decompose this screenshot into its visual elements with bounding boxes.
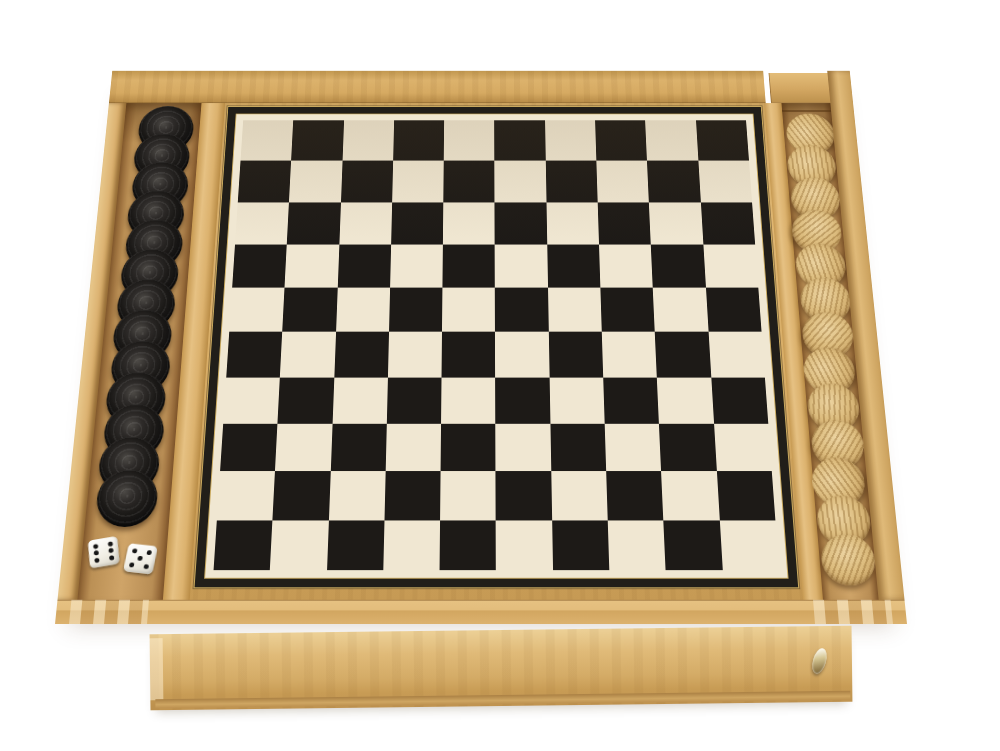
die-pip <box>93 544 98 549</box>
board-square <box>386 424 442 472</box>
board-square <box>651 244 706 287</box>
board-square <box>339 202 392 244</box>
board-square <box>393 120 444 160</box>
board-square <box>598 202 651 244</box>
board-square <box>549 332 604 377</box>
lid-slot-end-cap <box>769 73 831 103</box>
board-square <box>442 288 495 332</box>
board-square <box>608 520 666 570</box>
game-box <box>55 71 907 624</box>
board-square <box>701 202 756 244</box>
board-square <box>603 377 659 423</box>
board-square <box>703 244 758 287</box>
board-square <box>496 424 551 472</box>
board-square <box>545 120 597 160</box>
board-square <box>391 202 443 244</box>
board-square <box>443 202 495 244</box>
board-square <box>232 244 287 287</box>
board-square <box>270 520 328 570</box>
board-square <box>444 120 495 160</box>
board-square <box>664 520 723 570</box>
board-square <box>226 332 282 377</box>
board-square <box>440 471 496 520</box>
board-square <box>440 520 497 570</box>
board-square <box>496 471 552 520</box>
board-square <box>495 332 549 377</box>
board-square <box>392 161 444 202</box>
board-square <box>698 161 752 202</box>
board-square <box>273 471 331 520</box>
board-square <box>287 202 341 244</box>
board-square <box>275 424 332 472</box>
board-square <box>223 377 280 423</box>
board-square <box>711 377 768 423</box>
board-square <box>550 424 606 472</box>
die-pip <box>108 548 113 553</box>
box-top-rail <box>109 71 766 103</box>
board-square <box>289 161 342 202</box>
lid-knob <box>810 647 829 676</box>
die-pip <box>129 562 135 567</box>
board-square <box>657 377 714 423</box>
board-square <box>383 520 440 570</box>
checkerboard <box>214 120 780 570</box>
board-square <box>214 520 273 570</box>
board-square <box>602 332 657 377</box>
board-square <box>595 120 647 160</box>
board-square <box>717 471 776 520</box>
board-square <box>496 377 551 423</box>
board-square <box>548 288 602 332</box>
board-square <box>387 377 442 423</box>
board-square <box>549 377 604 423</box>
die-pip <box>146 550 152 555</box>
board-square <box>495 161 547 202</box>
die-pip <box>109 555 114 560</box>
die-pip <box>143 564 149 569</box>
board-square <box>442 332 496 377</box>
board-square <box>708 332 765 377</box>
board-square <box>659 424 716 472</box>
die-pip <box>108 542 113 547</box>
board-square <box>342 120 394 160</box>
board-square <box>547 244 600 287</box>
board-square <box>653 288 708 332</box>
die-pip <box>94 551 99 556</box>
board-square <box>282 288 337 332</box>
board-square <box>238 161 292 202</box>
board-square <box>647 161 700 202</box>
board-square <box>552 520 609 570</box>
board-square <box>599 244 653 287</box>
die-pip <box>94 557 99 562</box>
board-square <box>336 288 390 332</box>
board-square <box>327 520 385 570</box>
board-margin <box>204 114 788 579</box>
board-backing <box>190 103 803 600</box>
board-square <box>596 161 649 202</box>
board-square <box>649 202 703 244</box>
board-square <box>334 332 389 377</box>
die-face-6 <box>88 536 120 569</box>
board-square <box>341 161 393 202</box>
board-square <box>389 288 443 332</box>
board-square <box>229 288 285 332</box>
board-square <box>606 471 663 520</box>
board-square <box>496 520 553 570</box>
board-square <box>443 244 496 287</box>
board-square <box>443 161 494 202</box>
board-square <box>720 520 780 570</box>
board-square <box>235 202 289 244</box>
board-square <box>329 471 386 520</box>
sliding-lid <box>150 626 853 711</box>
board-square <box>714 424 772 472</box>
board-square <box>291 120 343 160</box>
die-pip <box>132 548 138 553</box>
board-square <box>330 424 386 472</box>
board-square <box>390 244 443 287</box>
board-square <box>495 120 546 160</box>
board-square <box>655 332 711 377</box>
board-square <box>495 202 547 244</box>
board-square <box>285 244 339 287</box>
die-pip <box>138 556 144 561</box>
board-square <box>337 244 391 287</box>
board-square <box>217 471 275 520</box>
board-square <box>384 471 440 520</box>
board-square <box>645 120 698 160</box>
board-square <box>551 471 608 520</box>
die-face-5 <box>123 543 158 575</box>
wood-checker-piece <box>820 531 877 589</box>
board-square <box>332 377 388 423</box>
photo-background <box>0 0 1000 751</box>
board-square <box>241 120 294 160</box>
board-square <box>495 244 548 287</box>
board-square <box>441 424 496 472</box>
board-square <box>441 377 496 423</box>
board-square <box>388 332 442 377</box>
board-square <box>696 120 749 160</box>
board-square <box>661 471 719 520</box>
board-frame <box>194 106 800 588</box>
board-square <box>546 161 598 202</box>
board-square <box>220 424 278 472</box>
board-square <box>280 332 336 377</box>
board-square <box>546 202 599 244</box>
board-square <box>706 288 762 332</box>
board-square <box>495 288 548 332</box>
board-square <box>600 288 655 332</box>
board-square <box>278 377 334 423</box>
box-front-face <box>55 600 907 624</box>
board-square <box>605 424 662 472</box>
